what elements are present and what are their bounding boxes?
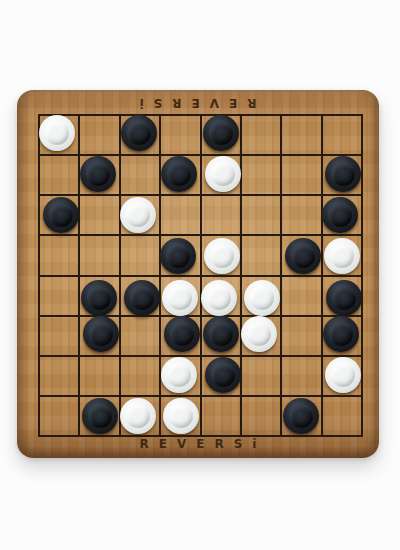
cell-h6[interactable] <box>322 316 362 356</box>
white-disc <box>244 280 280 316</box>
cell-g1[interactable] <box>281 115 321 155</box>
cell-b5[interactable] <box>79 276 119 316</box>
black-disc <box>161 156 197 192</box>
cell-h7[interactable] <box>322 356 362 396</box>
cell-e2[interactable] <box>201 155 241 195</box>
board-grid <box>38 114 363 437</box>
black-disc <box>164 316 200 352</box>
cell-e6[interactable] <box>201 316 241 356</box>
cell-f3[interactable] <box>241 195 281 235</box>
black-disc <box>80 156 116 192</box>
cell-g8[interactable] <box>281 396 321 436</box>
cell-c1[interactable] <box>120 115 160 155</box>
cell-a2[interactable] <box>39 155 79 195</box>
cell-f6[interactable] <box>241 316 281 356</box>
black-disc <box>82 398 118 434</box>
black-disc <box>203 316 239 352</box>
black-disc <box>160 238 196 274</box>
reversi-board: REVERSi REVERSi <box>17 90 379 458</box>
cell-h2[interactable] <box>322 155 362 195</box>
product-photo: REVERSi REVERSi <box>0 0 400 550</box>
cell-c7[interactable] <box>120 356 160 396</box>
cell-d3[interactable] <box>160 195 200 235</box>
white-disc <box>205 156 241 192</box>
white-disc <box>162 280 198 316</box>
cell-f5[interactable] <box>241 276 281 316</box>
black-disc <box>323 316 359 352</box>
cell-a6[interactable] <box>39 316 79 356</box>
black-disc <box>203 115 239 151</box>
cell-e7[interactable] <box>201 356 241 396</box>
white-disc <box>120 197 156 233</box>
white-disc <box>324 238 360 274</box>
cell-g3[interactable] <box>281 195 321 235</box>
white-disc <box>201 280 237 316</box>
cell-f1[interactable] <box>241 115 281 155</box>
black-disc <box>322 197 358 233</box>
white-disc <box>39 115 75 151</box>
cell-a7[interactable] <box>39 356 79 396</box>
black-disc <box>121 115 157 151</box>
cell-d7[interactable] <box>160 356 200 396</box>
cell-a4[interactable] <box>39 235 79 275</box>
cell-a1[interactable] <box>39 115 79 155</box>
cell-c8[interactable] <box>120 396 160 436</box>
cell-f4[interactable] <box>241 235 281 275</box>
cell-c5[interactable] <box>120 276 160 316</box>
cell-d6[interactable] <box>160 316 200 356</box>
black-disc <box>83 316 119 352</box>
white-disc <box>163 398 199 434</box>
white-disc <box>241 316 277 352</box>
cell-e1[interactable] <box>201 115 241 155</box>
cell-d4[interactable] <box>160 235 200 275</box>
cell-d5[interactable] <box>160 276 200 316</box>
cell-e3[interactable] <box>201 195 241 235</box>
white-disc <box>325 357 361 393</box>
cell-h8[interactable] <box>322 396 362 436</box>
cell-b4[interactable] <box>79 235 119 275</box>
cell-b2[interactable] <box>79 155 119 195</box>
cell-g4[interactable] <box>281 235 321 275</box>
cell-h5[interactable] <box>322 276 362 316</box>
cell-g5[interactable] <box>281 276 321 316</box>
cell-g2[interactable] <box>281 155 321 195</box>
cell-b8[interactable] <box>79 396 119 436</box>
cell-a5[interactable] <box>39 276 79 316</box>
black-disc <box>325 156 361 192</box>
cell-c4[interactable] <box>120 235 160 275</box>
cell-f2[interactable] <box>241 155 281 195</box>
cell-b7[interactable] <box>79 356 119 396</box>
cell-h1[interactable] <box>322 115 362 155</box>
board-logo-bottom: REVERSi <box>17 437 379 451</box>
cell-c6[interactable] <box>120 316 160 356</box>
cell-g6[interactable] <box>281 316 321 356</box>
cell-a8[interactable] <box>39 396 79 436</box>
cell-e4[interactable] <box>201 235 241 275</box>
cell-e5[interactable] <box>201 276 241 316</box>
white-disc <box>161 357 197 393</box>
black-disc <box>124 280 160 316</box>
cell-f8[interactable] <box>241 396 281 436</box>
cell-a3[interactable] <box>39 195 79 235</box>
cell-c2[interactable] <box>120 155 160 195</box>
cell-c3[interactable] <box>120 195 160 235</box>
cell-d1[interactable] <box>160 115 200 155</box>
cell-b6[interactable] <box>79 316 119 356</box>
cell-d2[interactable] <box>160 155 200 195</box>
cell-g7[interactable] <box>281 356 321 396</box>
cell-b1[interactable] <box>79 115 119 155</box>
cell-h4[interactable] <box>322 235 362 275</box>
white-disc <box>120 398 156 434</box>
white-disc <box>204 238 240 274</box>
cell-h3[interactable] <box>322 195 362 235</box>
board-logo-top: REVERSi <box>17 96 379 110</box>
cell-b3[interactable] <box>79 195 119 235</box>
cell-f7[interactable] <box>241 356 281 396</box>
cell-d8[interactable] <box>160 396 200 436</box>
black-disc <box>285 238 321 274</box>
black-disc <box>43 197 79 233</box>
black-disc <box>326 280 362 316</box>
black-disc <box>283 398 319 434</box>
black-disc <box>81 280 117 316</box>
cell-e8[interactable] <box>201 396 241 436</box>
black-disc <box>205 357 241 393</box>
